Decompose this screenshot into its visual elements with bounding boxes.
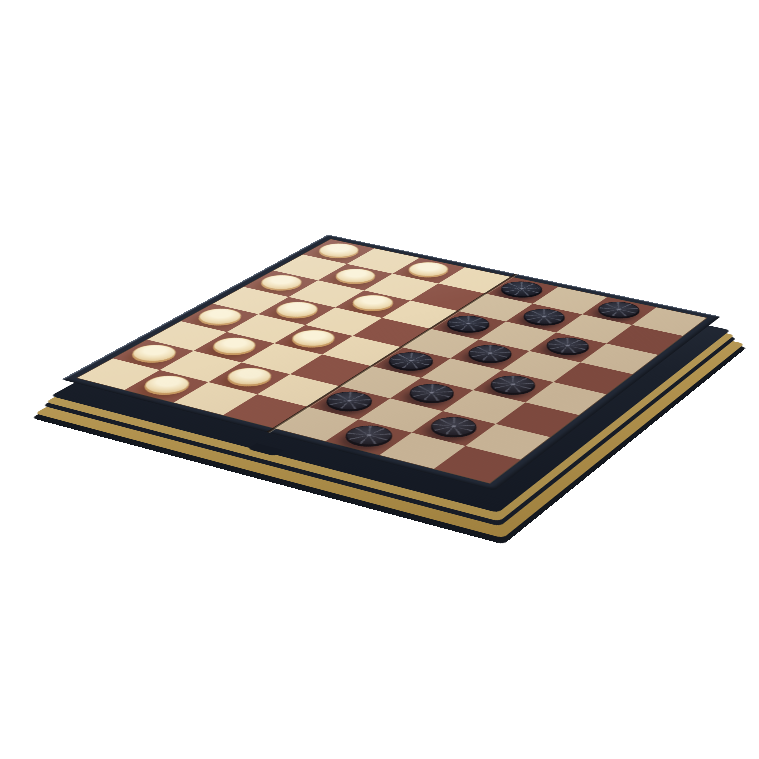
- checker-top: [591, 299, 646, 320]
- photo-background: [0, 0, 759, 759]
- checkers-board-3d: [61, 235, 720, 491]
- checker-top: [402, 260, 456, 279]
